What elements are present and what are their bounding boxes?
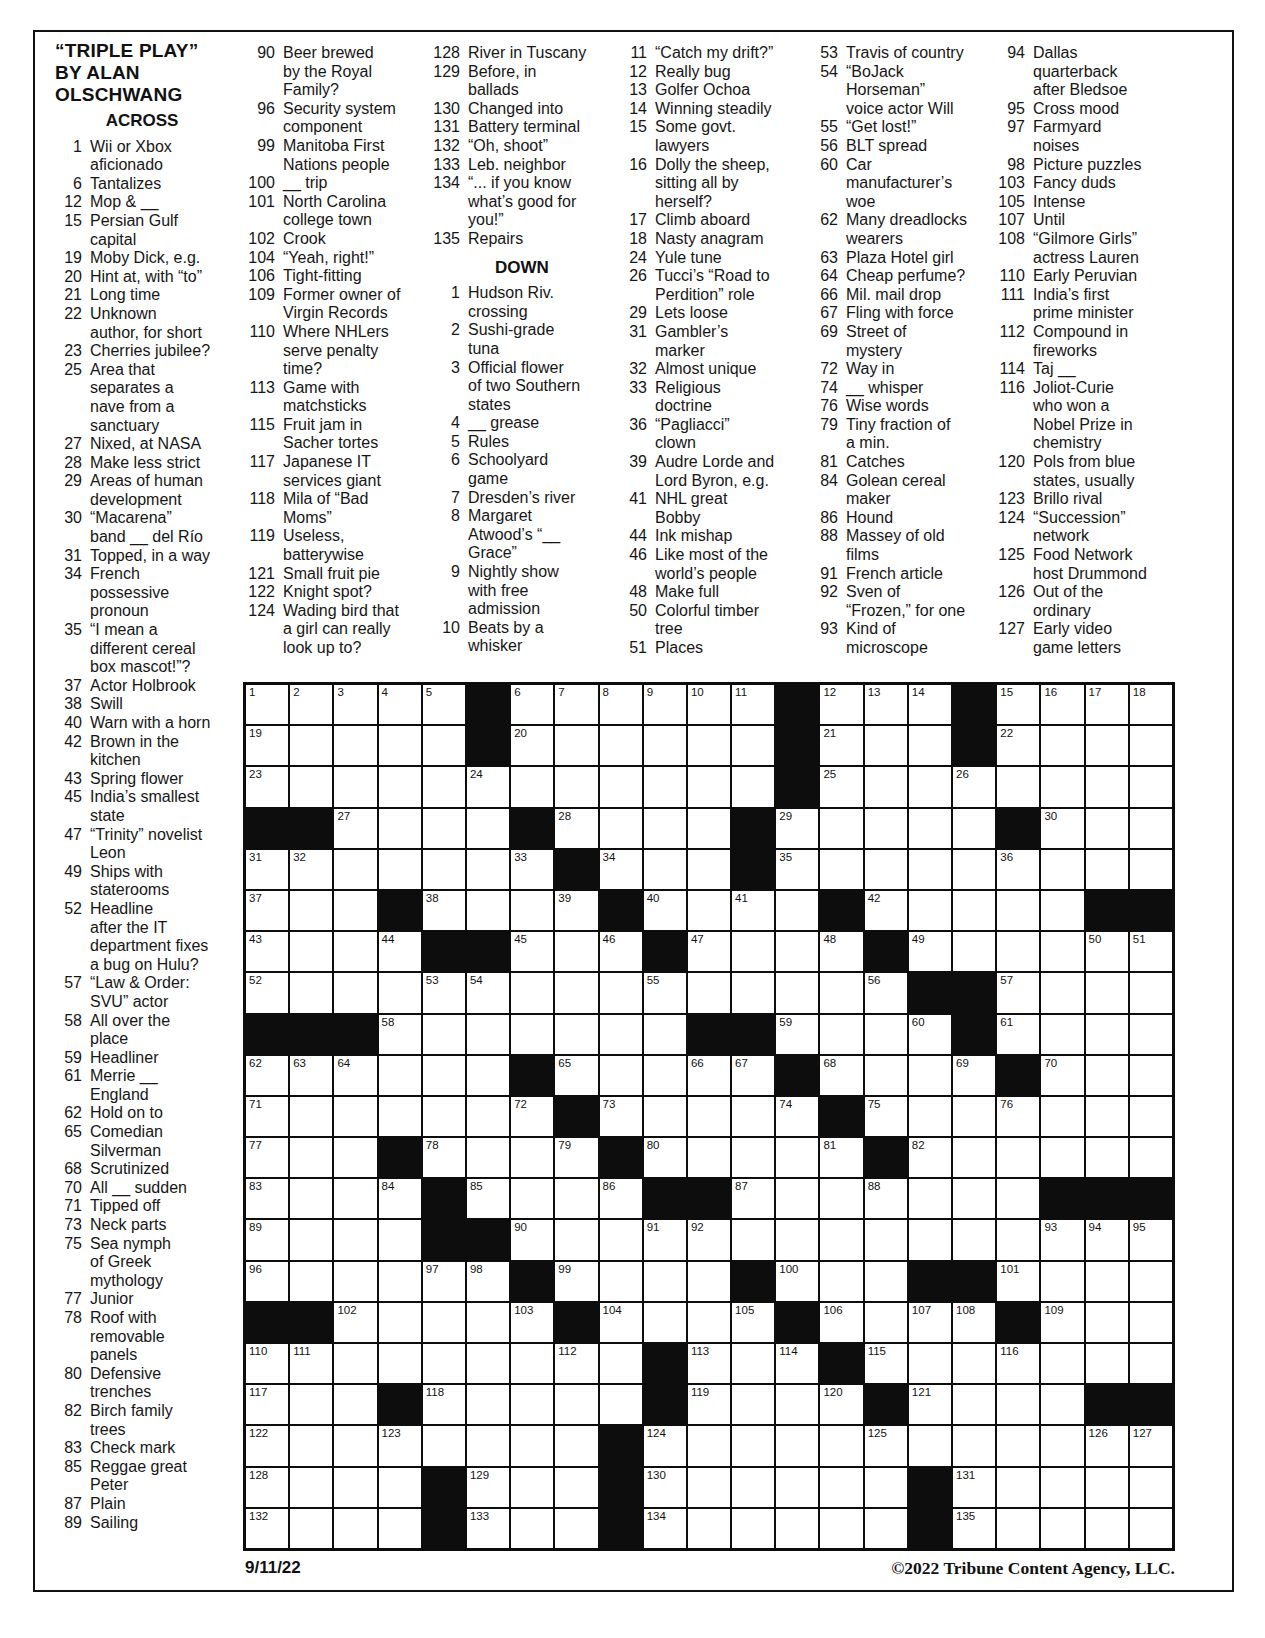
grid-cell[interactable] — [953, 891, 995, 930]
grid-cell[interactable] — [865, 1220, 907, 1259]
grid-cell[interactable] — [379, 1509, 421, 1548]
grid-cell[interactable]: 103 — [511, 1303, 553, 1342]
grid-cell[interactable] — [1130, 1509, 1172, 1548]
grid-cell[interactable] — [1130, 767, 1172, 806]
grid-cell[interactable] — [511, 1468, 553, 1507]
grid-cell[interactable] — [1130, 1303, 1172, 1342]
grid-cell[interactable] — [1041, 1385, 1083, 1424]
grid-cell[interactable]: 56 — [865, 973, 907, 1012]
grid-cell[interactable] — [290, 767, 332, 806]
grid-cell[interactable] — [865, 1468, 907, 1507]
grid-cell[interactable]: 83 — [246, 1179, 288, 1218]
grid-cell[interactable] — [820, 973, 862, 1012]
grid-cell[interactable]: 76 — [997, 1097, 1039, 1136]
grid-cell[interactable] — [688, 1509, 730, 1548]
grid-cell[interactable]: 43 — [246, 932, 288, 971]
grid-cell[interactable] — [1086, 1138, 1128, 1177]
grid-cell[interactable]: 47 — [688, 932, 730, 971]
grid-cell[interactable] — [467, 891, 509, 930]
grid-cell[interactable]: 14 — [909, 685, 951, 724]
grid-cell[interactable] — [1130, 1138, 1172, 1177]
grid-cell[interactable] — [555, 726, 597, 765]
grid-cell[interactable]: 90 — [511, 1220, 553, 1259]
grid-cell[interactable] — [953, 1179, 995, 1218]
grid-cell[interactable] — [334, 1426, 376, 1465]
grid-cell[interactable]: 35 — [776, 850, 818, 889]
grid-cell[interactable] — [688, 809, 730, 848]
grid-cell[interactable]: 70 — [1041, 1056, 1083, 1095]
grid-cell[interactable] — [290, 1468, 332, 1507]
grid-cell[interactable] — [1130, 809, 1172, 848]
grid-cell[interactable] — [644, 809, 686, 848]
grid-cell[interactable] — [865, 726, 907, 765]
grid-cell[interactable] — [1041, 932, 1083, 971]
grid-cell[interactable]: 101 — [997, 1262, 1039, 1301]
grid-cell[interactable] — [688, 850, 730, 889]
grid-cell[interactable] — [467, 1385, 509, 1424]
grid-cell[interactable]: 26 — [953, 767, 995, 806]
grid-cell[interactable]: 10 — [688, 685, 730, 724]
grid-cell[interactable] — [467, 1426, 509, 1465]
grid-cell[interactable] — [776, 1138, 818, 1177]
grid-cell[interactable] — [865, 1056, 907, 1095]
grid-cell[interactable] — [334, 1138, 376, 1177]
grid-cell[interactable] — [555, 1426, 597, 1465]
grid-cell[interactable] — [555, 973, 597, 1012]
grid-cell[interactable] — [644, 1056, 686, 1095]
grid-cell[interactable] — [555, 1220, 597, 1259]
grid-cell[interactable]: 113 — [688, 1344, 730, 1383]
grid-cell[interactable] — [1041, 973, 1083, 1012]
grid-cell[interactable]: 16 — [1041, 685, 1083, 724]
grid-cell[interactable]: 71 — [246, 1097, 288, 1136]
grid-cell[interactable]: 106 — [820, 1303, 862, 1342]
grid-cell[interactable] — [1130, 1262, 1172, 1301]
grid-cell[interactable] — [732, 1426, 774, 1465]
grid-cell[interactable] — [290, 891, 332, 930]
grid-cell[interactable]: 100 — [776, 1262, 818, 1301]
grid-cell[interactable] — [600, 1344, 642, 1383]
grid-cell[interactable] — [688, 1303, 730, 1342]
grid-cell[interactable]: 34 — [600, 850, 642, 889]
grid-cell[interactable]: 120 — [820, 1385, 862, 1424]
grid-cell[interactable] — [688, 1262, 730, 1301]
grid-cell[interactable]: 129 — [467, 1468, 509, 1507]
grid-cell[interactable] — [644, 1303, 686, 1342]
grid-cell[interactable] — [334, 1344, 376, 1383]
grid-cell[interactable]: 7 — [555, 685, 597, 724]
grid-cell[interactable] — [732, 767, 774, 806]
grid-cell[interactable]: 93 — [1041, 1220, 1083, 1259]
grid-cell[interactable] — [290, 1179, 332, 1218]
grid-cell[interactable] — [1086, 1468, 1128, 1507]
grid-cell[interactable] — [1041, 891, 1083, 930]
grid-cell[interactable]: 57 — [997, 973, 1039, 1012]
grid-cell[interactable] — [290, 726, 332, 765]
grid-cell[interactable] — [379, 1097, 421, 1136]
grid-cell[interactable]: 12 — [820, 685, 862, 724]
grid-cell[interactable] — [511, 767, 553, 806]
grid-cell[interactable] — [1086, 809, 1128, 848]
grid-cell[interactable]: 119 — [688, 1385, 730, 1424]
grid-cell[interactable]: 48 — [820, 932, 862, 971]
grid-cell[interactable]: 20 — [511, 726, 553, 765]
grid-cell[interactable]: 29 — [776, 809, 818, 848]
grid-cell[interactable]: 1 — [246, 685, 288, 724]
grid-cell[interactable] — [732, 1220, 774, 1259]
grid-cell[interactable] — [909, 767, 951, 806]
grid-cell[interactable] — [820, 809, 862, 848]
grid-cell[interactable]: 75 — [865, 1097, 907, 1136]
grid-cell[interactable]: 61 — [997, 1015, 1039, 1054]
grid-cell[interactable] — [953, 809, 995, 848]
grid-cell[interactable] — [1041, 850, 1083, 889]
grid-cell[interactable]: 81 — [820, 1138, 862, 1177]
grid-cell[interactable]: 41 — [732, 891, 774, 930]
grid-cell[interactable] — [379, 1220, 421, 1259]
grid-cell[interactable] — [467, 1056, 509, 1095]
grid-cell[interactable] — [1086, 1344, 1128, 1383]
grid-cell[interactable] — [732, 726, 774, 765]
grid-cell[interactable] — [820, 1509, 862, 1548]
grid-cell[interactable]: 65 — [555, 1056, 597, 1095]
grid-cell[interactable]: 118 — [423, 1385, 465, 1424]
grid-cell[interactable] — [555, 767, 597, 806]
grid-cell[interactable] — [776, 1509, 818, 1548]
grid-cell[interactable]: 135 — [953, 1509, 995, 1548]
grid-cell[interactable]: 17 — [1086, 685, 1128, 724]
grid-cell[interactable]: 23 — [246, 767, 288, 806]
grid-cell[interactable]: 108 — [953, 1303, 995, 1342]
grid-cell[interactable]: 18 — [1130, 685, 1172, 724]
grid-cell[interactable] — [290, 932, 332, 971]
grid-cell[interactable]: 96 — [246, 1262, 288, 1301]
grid-cell[interactable]: 88 — [865, 1179, 907, 1218]
grid-cell[interactable] — [467, 1097, 509, 1136]
grid-cell[interactable] — [1130, 1015, 1172, 1054]
grid-cell[interactable] — [953, 1426, 995, 1465]
grid-cell[interactable]: 114 — [776, 1344, 818, 1383]
grid-cell[interactable] — [600, 1385, 642, 1424]
grid-cell[interactable] — [467, 850, 509, 889]
grid-cell[interactable] — [423, 850, 465, 889]
grid-cell[interactable] — [732, 1097, 774, 1136]
grid-cell[interactable]: 109 — [1041, 1303, 1083, 1342]
grid-cell[interactable] — [909, 1097, 951, 1136]
grid-cell[interactable]: 85 — [467, 1179, 509, 1218]
grid-cell[interactable]: 104 — [600, 1303, 642, 1342]
grid-cell[interactable]: 126 — [1086, 1426, 1128, 1465]
grid-cell[interactable] — [423, 1056, 465, 1095]
grid-cell[interactable]: 64 — [334, 1056, 376, 1095]
grid-cell[interactable] — [732, 1138, 774, 1177]
grid-cell[interactable]: 131 — [953, 1468, 995, 1507]
grid-cell[interactable]: 55 — [644, 973, 686, 1012]
grid-cell[interactable] — [1130, 1097, 1172, 1136]
grid-cell[interactable]: 87 — [732, 1179, 774, 1218]
grid-cell[interactable]: 86 — [600, 1179, 642, 1218]
grid-cell[interactable]: 11 — [732, 685, 774, 724]
grid-cell[interactable] — [511, 1385, 553, 1424]
grid-cell[interactable] — [600, 1056, 642, 1095]
grid-cell[interactable] — [953, 1097, 995, 1136]
grid-cell[interactable] — [1130, 973, 1172, 1012]
grid-cell[interactable]: 132 — [246, 1509, 288, 1548]
grid-cell[interactable] — [732, 1509, 774, 1548]
grid-cell[interactable]: 36 — [997, 850, 1039, 889]
grid-cell[interactable] — [953, 932, 995, 971]
grid-cell[interactable] — [1130, 1468, 1172, 1507]
grid-cell[interactable] — [290, 973, 332, 1012]
grid-cell[interactable] — [467, 1138, 509, 1177]
grid-cell[interactable] — [688, 973, 730, 1012]
grid-cell[interactable] — [423, 809, 465, 848]
grid-cell[interactable] — [688, 1138, 730, 1177]
grid-cell[interactable]: 95 — [1130, 1220, 1172, 1259]
grid-cell[interactable] — [1086, 1262, 1128, 1301]
grid-cell[interactable]: 91 — [644, 1220, 686, 1259]
grid-cell[interactable] — [865, 850, 907, 889]
grid-cell[interactable]: 2 — [290, 685, 332, 724]
grid-cell[interactable] — [953, 1344, 995, 1383]
grid-cell[interactable] — [776, 1179, 818, 1218]
grid-cell[interactable]: 60 — [909, 1015, 951, 1054]
grid-cell[interactable]: 33 — [511, 850, 553, 889]
grid-cell[interactable] — [1130, 1056, 1172, 1095]
grid-cell[interactable]: 31 — [246, 850, 288, 889]
grid-cell[interactable]: 9 — [644, 685, 686, 724]
grid-cell[interactable]: 84 — [379, 1179, 421, 1218]
grid-cell[interactable] — [334, 973, 376, 1012]
grid-cell[interactable] — [600, 1220, 642, 1259]
grid-cell[interactable] — [820, 1220, 862, 1259]
grid-cell[interactable] — [555, 1468, 597, 1507]
grid-cell[interactable] — [997, 1138, 1039, 1177]
grid-cell[interactable] — [334, 1220, 376, 1259]
grid-cell[interactable] — [555, 1385, 597, 1424]
grid-cell[interactable] — [290, 1426, 332, 1465]
grid-cell[interactable] — [467, 1303, 509, 1342]
grid-cell[interactable] — [997, 1509, 1039, 1548]
grid-cell[interactable] — [511, 1179, 553, 1218]
grid-cell[interactable] — [1041, 726, 1083, 765]
grid-cell[interactable]: 79 — [555, 1138, 597, 1177]
grid-cell[interactable] — [1041, 1468, 1083, 1507]
grid-cell[interactable] — [1130, 726, 1172, 765]
grid-cell[interactable] — [334, 850, 376, 889]
grid-cell[interactable] — [732, 973, 774, 1012]
grid-cell[interactable] — [334, 932, 376, 971]
grid-cell[interactable] — [865, 1303, 907, 1342]
grid-cell[interactable] — [909, 1056, 951, 1095]
grid-cell[interactable] — [688, 891, 730, 930]
grid-cell[interactable]: 50 — [1086, 932, 1128, 971]
grid-cell[interactable] — [820, 1468, 862, 1507]
grid-cell[interactable]: 63 — [290, 1056, 332, 1095]
grid-cell[interactable] — [555, 1179, 597, 1218]
grid-cell[interactable]: 110 — [246, 1344, 288, 1383]
grid-cell[interactable] — [511, 891, 553, 930]
grid-cell[interactable] — [379, 1303, 421, 1342]
grid-cell[interactable] — [953, 1220, 995, 1259]
grid-cell[interactable]: 58 — [379, 1015, 421, 1054]
grid-cell[interactable]: 89 — [246, 1220, 288, 1259]
grid-cell[interactable] — [953, 850, 995, 889]
grid-cell[interactable] — [600, 809, 642, 848]
grid-cell[interactable] — [820, 1262, 862, 1301]
grid-cell[interactable]: 27 — [334, 809, 376, 848]
grid-cell[interactable] — [423, 1097, 465, 1136]
grid-cell[interactable] — [467, 809, 509, 848]
grid-cell[interactable] — [997, 1426, 1039, 1465]
grid-cell[interactable] — [555, 932, 597, 971]
grid-cell[interactable] — [776, 973, 818, 1012]
grid-cell[interactable] — [467, 1344, 509, 1383]
grid-cell[interactable] — [997, 767, 1039, 806]
grid-cell[interactable] — [511, 1344, 553, 1383]
grid-cell[interactable] — [1086, 726, 1128, 765]
grid-cell[interactable] — [1130, 1344, 1172, 1383]
grid-cell[interactable]: 78 — [423, 1138, 465, 1177]
grid-cell[interactable] — [1041, 1262, 1083, 1301]
grid-cell[interactable]: 5 — [423, 685, 465, 724]
grid-cell[interactable] — [909, 726, 951, 765]
grid-cell[interactable] — [379, 850, 421, 889]
grid-cell[interactable] — [997, 1468, 1039, 1507]
grid-cell[interactable]: 22 — [997, 726, 1039, 765]
grid-cell[interactable]: 25 — [820, 767, 862, 806]
grid-cell[interactable] — [379, 767, 421, 806]
grid-cell[interactable]: 134 — [644, 1509, 686, 1548]
grid-cell[interactable]: 51 — [1130, 932, 1172, 971]
grid-cell[interactable] — [776, 1468, 818, 1507]
grid-cell[interactable]: 130 — [644, 1468, 686, 1507]
grid-cell[interactable] — [644, 1015, 686, 1054]
grid-cell[interactable]: 6 — [511, 685, 553, 724]
grid-cell[interactable]: 74 — [776, 1097, 818, 1136]
grid-cell[interactable] — [732, 932, 774, 971]
grid-cell[interactable] — [997, 1220, 1039, 1259]
grid-cell[interactable] — [644, 767, 686, 806]
grid-cell[interactable] — [511, 1015, 553, 1054]
grid-cell[interactable]: 111 — [290, 1344, 332, 1383]
grid-cell[interactable]: 8 — [600, 685, 642, 724]
grid-cell[interactable] — [379, 973, 421, 1012]
grid-cell[interactable]: 82 — [909, 1138, 951, 1177]
grid-cell[interactable] — [865, 1509, 907, 1548]
grid-cell[interactable]: 59 — [776, 1015, 818, 1054]
grid-cell[interactable]: 67 — [732, 1056, 774, 1095]
grid-cell[interactable] — [1086, 1097, 1128, 1136]
grid-cell[interactable] — [865, 1262, 907, 1301]
grid-cell[interactable] — [732, 1468, 774, 1507]
grid-cell[interactable]: 125 — [865, 1426, 907, 1465]
grid-cell[interactable]: 117 — [246, 1385, 288, 1424]
grid-cell[interactable] — [1041, 1138, 1083, 1177]
grid-cell[interactable]: 52 — [246, 973, 288, 1012]
grid-cell[interactable] — [379, 1344, 421, 1383]
grid-cell[interactable] — [423, 1344, 465, 1383]
grid-cell[interactable] — [688, 1097, 730, 1136]
grid-cell[interactable] — [1086, 767, 1128, 806]
grid-cell[interactable] — [953, 1138, 995, 1177]
grid-cell[interactable] — [290, 1097, 332, 1136]
grid-cell[interactable] — [953, 1385, 995, 1424]
grid-cell[interactable] — [644, 726, 686, 765]
grid-cell[interactable] — [776, 1426, 818, 1465]
grid-cell[interactable]: 32 — [290, 850, 332, 889]
grid-cell[interactable]: 128 — [246, 1468, 288, 1507]
grid-cell[interactable]: 107 — [909, 1303, 951, 1342]
grid-cell[interactable]: 94 — [1086, 1220, 1128, 1259]
grid-cell[interactable]: 19 — [246, 726, 288, 765]
grid-cell[interactable] — [334, 1179, 376, 1218]
grid-cell[interactable]: 122 — [246, 1426, 288, 1465]
grid-cell[interactable] — [820, 1015, 862, 1054]
grid-cell[interactable]: 121 — [909, 1385, 951, 1424]
grid-cell[interactable] — [644, 1262, 686, 1301]
grid-cell[interactable] — [820, 850, 862, 889]
grid-cell[interactable] — [865, 809, 907, 848]
grid-cell[interactable] — [865, 1015, 907, 1054]
grid-cell[interactable]: 21 — [820, 726, 862, 765]
grid-cell[interactable] — [1041, 1097, 1083, 1136]
grid-cell[interactable]: 116 — [997, 1344, 1039, 1383]
grid-cell[interactable] — [423, 1303, 465, 1342]
grid-cell[interactable] — [334, 1262, 376, 1301]
grid-cell[interactable]: 112 — [555, 1344, 597, 1383]
grid-cell[interactable] — [997, 891, 1039, 930]
grid-cell[interactable]: 80 — [644, 1138, 686, 1177]
grid-cell[interactable] — [1041, 1426, 1083, 1465]
grid-cell[interactable] — [600, 726, 642, 765]
grid-cell[interactable]: 102 — [334, 1303, 376, 1342]
grid-cell[interactable] — [997, 1385, 1039, 1424]
grid-cell[interactable] — [820, 1179, 862, 1218]
grid-cell[interactable] — [688, 726, 730, 765]
grid-cell[interactable] — [334, 1385, 376, 1424]
grid-cell[interactable]: 3 — [334, 685, 376, 724]
grid-cell[interactable] — [511, 1509, 553, 1548]
grid-cell[interactable]: 45 — [511, 932, 553, 971]
grid-cell[interactable] — [1086, 1509, 1128, 1548]
grid-cell[interactable] — [1041, 1015, 1083, 1054]
grid-cell[interactable]: 53 — [423, 973, 465, 1012]
grid-cell[interactable] — [1086, 1056, 1128, 1095]
grid-cell[interactable]: 42 — [865, 891, 907, 930]
grid-cell[interactable] — [423, 726, 465, 765]
grid-cell[interactable]: 13 — [865, 685, 907, 724]
grid-cell[interactable] — [865, 767, 907, 806]
grid-cell[interactable] — [290, 1138, 332, 1177]
grid-cell[interactable]: 54 — [467, 973, 509, 1012]
grid-cell[interactable]: 133 — [467, 1509, 509, 1548]
grid-cell[interactable] — [1086, 850, 1128, 889]
grid-cell[interactable]: 97 — [423, 1262, 465, 1301]
grid-cell[interactable] — [909, 1426, 951, 1465]
grid-cell[interactable]: 123 — [379, 1426, 421, 1465]
grid-cell[interactable] — [334, 891, 376, 930]
grid-cell[interactable]: 66 — [688, 1056, 730, 1095]
grid-cell[interactable] — [290, 1220, 332, 1259]
grid-cell[interactable]: 24 — [467, 767, 509, 806]
grid-cell[interactable] — [379, 1468, 421, 1507]
grid-cell[interactable]: 30 — [1041, 809, 1083, 848]
grid-cell[interactable] — [909, 1344, 951, 1383]
grid-cell[interactable]: 68 — [820, 1056, 862, 1095]
grid-cell[interactable] — [644, 850, 686, 889]
grid-cell[interactable] — [732, 1385, 774, 1424]
